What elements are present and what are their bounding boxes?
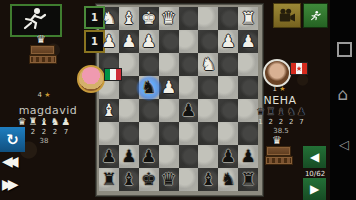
chess-piece-bP[interactable]: ♟ [240, 148, 255, 165]
tray-piece-icon: ♟ [297, 106, 306, 117]
tray-piece-count: 2 [39, 128, 49, 136]
rewind-icon: ◀◀ [2, 153, 14, 169]
board-square[interactable]: ♟ [119, 145, 139, 168]
board-square[interactable] [179, 53, 199, 76]
board-square[interactable] [179, 168, 199, 191]
maple-leaf-icon [297, 66, 302, 71]
tray-piece-count: 2 [287, 118, 296, 126]
chess-piece-wP[interactable]: ♟ [141, 33, 156, 50]
board-square[interactable]: ♟ [218, 30, 238, 53]
piece-box-decor-right [266, 146, 291, 156]
tray-piece-icon: ♜ [266, 106, 275, 117]
board-square[interactable]: ♟ [99, 30, 119, 53]
right-captured-tray: ♛♜♝♞♟ [256, 106, 306, 117]
board-square[interactable] [179, 30, 199, 53]
board-square[interactable] [99, 122, 119, 145]
board-square[interactable] [119, 122, 139, 145]
prev-move-button[interactable]: ◀ [303, 146, 326, 168]
board-square[interactable] [159, 122, 179, 145]
board-square[interactable] [139, 53, 159, 76]
chess-piece-bP[interactable]: ♟ [141, 148, 156, 165]
board-square[interactable]: ♟ [238, 30, 258, 53]
board-square[interactable] [218, 7, 238, 30]
board-square[interactable] [139, 122, 159, 145]
board-square[interactable]: ♟ [179, 99, 199, 122]
right-player-avatar[interactable] [263, 59, 291, 87]
chess-piece-wN[interactable]: ♞ [101, 10, 116, 27]
tray-piece-icon: ♝ [39, 116, 49, 127]
flip-board-button[interactable]: ↻ [0, 127, 25, 152]
piece-shelf-decor [29, 55, 57, 64]
right-player-stars: 1 ★ [255, 85, 303, 93]
next-move-button[interactable]: ▶ [303, 178, 326, 200]
chess-piece-bN[interactable]: ♞ [221, 171, 236, 188]
chess-piece-bR[interactable]: ♜ [101, 171, 116, 188]
fast-forward-button[interactable]: ▶▶ [2, 176, 14, 192]
chess-piece-wP[interactable]: ♟ [101, 33, 116, 50]
board-square[interactable] [218, 76, 238, 99]
board-square[interactable] [159, 99, 179, 122]
chess-piece-wP[interactable]: ♟ [240, 33, 255, 50]
left-player-stars: 4 ★ [20, 91, 68, 99]
chess-piece-bB[interactable]: ♝ [201, 171, 216, 188]
board-square[interactable] [159, 53, 179, 76]
tray-piece-icon: ♝ [276, 106, 285, 117]
next-move-icon: ▶ [310, 182, 319, 196]
left-captured-tray: ♛♜♝♞♟ [14, 116, 74, 127]
chess-piece-wP[interactable]: ♟ [121, 33, 136, 50]
chess-app-screen: ♞♝♚♛♜♟♟♟♟♟♞♞♟♝♟♟♟♟♟♟♜♝♚♛♝♞♜ 1 1 ♛ 4 ★ ma… [0, 0, 356, 200]
tray-piece-icon: ♞ [50, 116, 60, 127]
rewind-button[interactable]: ◀◀ [2, 153, 14, 169]
tray-piece-count: 2 [50, 128, 60, 136]
right-star-count: 1 [273, 85, 277, 93]
board-square[interactable] [198, 99, 218, 122]
star-icon-right: ★ [279, 85, 285, 93]
chess-piece-bP[interactable]: ♟ [221, 148, 236, 165]
board-square[interactable] [238, 53, 258, 76]
board-square[interactable] [179, 145, 199, 168]
board-square[interactable] [218, 122, 238, 145]
board-square[interactable]: ♚ [139, 7, 159, 30]
board-square[interactable] [119, 99, 139, 122]
right-tray-counts: 12227 [256, 118, 306, 126]
board-square[interactable]: ♝ [119, 168, 139, 191]
chess-piece-wP[interactable]: ♟ [161, 79, 176, 96]
board-square[interactable] [198, 30, 218, 53]
prev-move-icon: ◀ [310, 150, 319, 164]
board-square[interactable] [159, 145, 179, 168]
fast-forward-icon: ▶▶ [2, 176, 14, 192]
board-square[interactable] [198, 76, 218, 99]
chess-piece-wP[interactable]: ♟ [221, 33, 236, 50]
flip-icon: ↻ [6, 131, 19, 149]
board-square[interactable]: ♟ [218, 145, 238, 168]
board-square[interactable] [218, 53, 238, 76]
board-square[interactable]: ♜ [238, 168, 258, 191]
board-square[interactable]: ♞ [139, 76, 159, 99]
board-square[interactable] [139, 99, 159, 122]
piece-box-decor [30, 45, 55, 55]
chess-piece-bP[interactable]: ♟ [181, 102, 196, 119]
tray-piece-count: 1 [256, 118, 265, 126]
runner-icon-right [306, 6, 325, 25]
chess-piece-wB[interactable]: ♝ [101, 102, 116, 119]
board-square[interactable]: ♛ [159, 168, 179, 191]
board-square[interactable]: ♟ [119, 30, 139, 53]
home-icon[interactable]: ⌂ [333, 84, 353, 104]
move-counter: 10/62 [298, 170, 332, 178]
piece-shelf-decor-right [265, 156, 293, 165]
board-square[interactable]: ♞ [198, 53, 218, 76]
board-square[interactable]: ♝ [198, 168, 218, 191]
movie-camera-icon [277, 8, 297, 24]
chess-piece-bK[interactable]: ♚ [141, 171, 156, 188]
board-square[interactable] [218, 99, 238, 122]
board-square[interactable]: ♝ [99, 99, 119, 122]
board-square[interactable]: ♞ [99, 7, 119, 30]
yellow-counter-value: 1 [91, 36, 98, 47]
tray-piece-count: 7 [61, 128, 71, 136]
canada-flag [290, 62, 308, 75]
italy-flag [104, 68, 122, 81]
board-square[interactable]: ♟ [159, 76, 179, 99]
tray-piece-icon: ♛ [17, 116, 27, 127]
tray-piece-icon: ♞ [287, 106, 296, 117]
back-icon[interactable]: ◁ [334, 137, 354, 152]
board-square[interactable] [198, 122, 218, 145]
board-square[interactable]: ♜ [99, 168, 119, 191]
board-square[interactable] [179, 122, 199, 145]
board-square[interactable]: ♟ [238, 145, 258, 168]
board-square[interactable]: ♟ [139, 145, 159, 168]
board-square[interactable]: ♛ [159, 7, 179, 30]
board-square[interactable] [198, 145, 218, 168]
chess-piece-wN[interactable]: ♞ [201, 56, 216, 73]
chess-piece-wR[interactable]: ♜ [240, 10, 255, 27]
left-star-count: 4 [38, 91, 42, 99]
star-icon: ★ [44, 91, 50, 99]
android-nav-bar: ⌂ ◁ [330, 0, 356, 200]
runner-mode-button[interactable] [303, 3, 328, 28]
board-square[interactable]: ♟ [139, 30, 159, 53]
board-square[interactable]: ♚ [139, 168, 159, 191]
tray-piece-icon: ♛ [256, 106, 265, 117]
chess-piece-bR[interactable]: ♜ [240, 171, 255, 188]
tray-piece-count: 2 [266, 118, 275, 126]
board-square[interactable]: ♝ [119, 7, 139, 30]
chess-piece-wK[interactable]: ♚ [141, 10, 156, 27]
chess-piece-bQ[interactable]: ♛ [161, 171, 176, 188]
tray-piece-count: 2 [276, 118, 285, 126]
chess-piece-bB[interactable]: ♝ [121, 171, 136, 188]
tray-piece-icon: ♜ [28, 116, 38, 127]
chess-piece-wB[interactable]: ♝ [121, 10, 136, 27]
chess-piece-wQ[interactable]: ♛ [161, 10, 176, 27]
runner-icon [12, 6, 56, 31]
board-square[interactable] [159, 30, 179, 53]
chess-piece-bP[interactable]: ♟ [101, 148, 116, 165]
board-square[interactable]: ♜ [238, 7, 258, 30]
board-square[interactable] [179, 76, 199, 99]
board-square[interactable] [179, 7, 199, 30]
board-square[interactable]: ♞ [218, 168, 238, 191]
left-player-avatar[interactable] [77, 65, 105, 93]
tray-piece-icon: ♟ [61, 116, 71, 127]
green-counter-value: 1 [91, 12, 98, 23]
recents-square-icon[interactable] [337, 42, 352, 57]
movie-camera-button[interactable] [273, 3, 301, 28]
chess-board[interactable]: ♞♝♚♛♜♟♟♟♟♟♞♞♟♝♟♟♟♟♟♟♜♝♚♛♝♞♜ [99, 7, 258, 191]
board-square[interactable] [198, 7, 218, 30]
chess-piece-bP[interactable]: ♟ [121, 148, 136, 165]
board-square[interactable]: ♟ [99, 145, 119, 168]
tray-piece-count: 7 [297, 118, 306, 126]
tray-piece-count: 2 [28, 128, 38, 136]
chess-piece-bN[interactable]: ♞ [141, 79, 156, 96]
